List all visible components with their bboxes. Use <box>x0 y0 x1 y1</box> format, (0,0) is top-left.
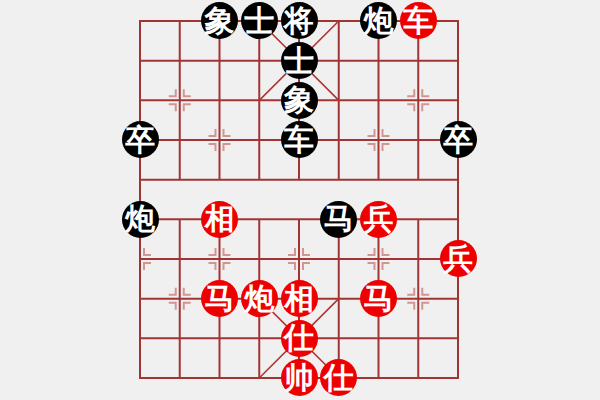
black-cannon-piece[interactable]: 炮 <box>360 2 397 39</box>
red-elephant-piece[interactable]: 相 <box>201 201 238 238</box>
black-general-piece[interactable]: 将 <box>281 2 318 39</box>
black-chariot-piece[interactable]: 车 <box>281 121 318 158</box>
red-chariot-piece[interactable]: 车 <box>400 2 437 39</box>
black-horse-piece[interactable]: 马 <box>320 201 357 238</box>
black-advisor-piece[interactable]: 士 <box>241 2 278 39</box>
black-cannon-piece[interactable]: 炮 <box>122 201 159 238</box>
red-cannon-piece[interactable]: 炮 <box>241 280 278 317</box>
red-elephant-piece[interactable]: 相 <box>281 280 318 317</box>
black-advisor-piece[interactable]: 士 <box>281 42 318 79</box>
red-horse-piece[interactable]: 马 <box>201 280 238 317</box>
red-advisor-piece[interactable]: 仕 <box>320 359 357 396</box>
red-advisor-piece[interactable]: 仕 <box>281 320 318 357</box>
xiangqi-board: 象士将炮车士象卒车卒炮相马兵兵马炮相马仕帅仕 <box>0 0 600 400</box>
red-general-piece[interactable]: 帅 <box>281 359 318 396</box>
black-pawn-piece[interactable]: 卒 <box>122 121 159 158</box>
red-pawn-piece[interactable]: 兵 <box>360 201 397 238</box>
black-elephant-piece[interactable]: 象 <box>281 82 318 119</box>
red-horse-piece[interactable]: 马 <box>360 280 397 317</box>
pieces-layer: 象士将炮车士象卒车卒炮相马兵兵马炮相马仕帅仕 <box>120 1 478 398</box>
red-pawn-piece[interactable]: 兵 <box>440 240 477 277</box>
black-elephant-piece[interactable]: 象 <box>201 2 238 39</box>
black-pawn-piece[interactable]: 卒 <box>440 121 477 158</box>
